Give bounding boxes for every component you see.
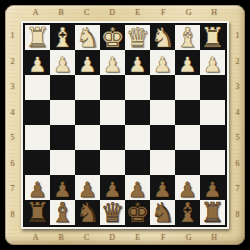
square-a2[interactable]: ♟ — [25, 50, 50, 75]
file-labels-bottom: ABCDEFGH — [23, 230, 227, 245]
square-g6[interactable] — [175, 150, 200, 175]
piece-white-pawn[interactable]: ♟ — [103, 55, 122, 76]
piece-white-bishop[interactable]: ♝ — [175, 24, 199, 51]
square-e6[interactable] — [125, 150, 150, 175]
square-a3[interactable] — [25, 75, 50, 100]
chess-board-photo: ABCDEFGH ABCDEFGH 12345678 12345678 ♜♝♞♚… — [0, 0, 250, 250]
rank-label-4: 4 — [5, 100, 20, 126]
file-label-c: C — [74, 230, 100, 245]
square-f1[interactable]: ♞ — [150, 25, 175, 50]
rank-label-6: 6 — [5, 151, 20, 177]
square-f5[interactable] — [150, 125, 175, 150]
square-c6[interactable] — [75, 150, 100, 175]
square-e4[interactable] — [125, 100, 150, 125]
square-c4[interactable] — [75, 100, 100, 125]
rank-labels-left: 12345678 — [5, 23, 20, 227]
square-f4[interactable] — [150, 100, 175, 125]
piece-white-pawn[interactable]: ♟ — [128, 55, 147, 76]
square-b8[interactable]: ♝ — [50, 200, 75, 225]
square-e5[interactable] — [125, 125, 150, 150]
rank-label-8: 8 — [5, 202, 20, 228]
rank-label-5: 5 — [230, 125, 245, 151]
square-f3[interactable] — [150, 75, 175, 100]
square-f2[interactable]: ♟ — [150, 50, 175, 75]
square-g5[interactable] — [175, 125, 200, 150]
piece-black-king[interactable]: ♚ — [125, 199, 149, 226]
rank-label-3: 3 — [5, 74, 20, 100]
chess-grid: ♜♝♞♚♛♞♝♜♟♟♟♟♟♟♟♟♟♟♟♟♟♟♟♟♜♝♞♛♚♞♝♜ — [23, 23, 227, 227]
piece-black-queen[interactable]: ♛ — [100, 199, 124, 226]
file-label-h: H — [202, 230, 228, 245]
rank-label-7: 7 — [230, 176, 245, 202]
rank-label-8: 8 — [230, 202, 245, 228]
piece-black-bishop[interactable]: ♝ — [50, 199, 74, 226]
square-a5[interactable] — [25, 125, 50, 150]
square-g4[interactable] — [175, 100, 200, 125]
rank-label-2: 2 — [230, 49, 245, 75]
square-a4[interactable] — [25, 100, 50, 125]
square-d3[interactable] — [100, 75, 125, 100]
square-b4[interactable] — [50, 100, 75, 125]
rank-labels-right: 12345678 — [230, 23, 245, 227]
square-b1[interactable]: ♝ — [50, 25, 75, 50]
square-h5[interactable] — [200, 125, 225, 150]
rank-label-2: 2 — [5, 49, 20, 75]
piece-white-pawn[interactable]: ♟ — [28, 55, 47, 76]
square-f8[interactable]: ♞ — [150, 200, 175, 225]
square-h1[interactable]: ♜ — [200, 25, 225, 50]
piece-white-pawn[interactable]: ♟ — [78, 55, 97, 76]
piece-white-pawn[interactable]: ♟ — [178, 55, 197, 76]
square-g2[interactable]: ♟ — [175, 50, 200, 75]
square-b3[interactable] — [50, 75, 75, 100]
file-labels-top: ABCDEFGH — [23, 5, 227, 20]
piece-white-king[interactable]: ♚ — [100, 24, 124, 51]
file-label-g: G — [176, 230, 202, 245]
square-c1[interactable]: ♞ — [75, 25, 100, 50]
square-a6[interactable] — [25, 150, 50, 175]
file-label-g: G — [176, 5, 202, 20]
square-d5[interactable] — [100, 125, 125, 150]
file-label-d: D — [100, 230, 126, 245]
square-e1[interactable]: ♛ — [125, 25, 150, 50]
square-b2[interactable]: ♟ — [50, 50, 75, 75]
rank-label-4: 4 — [230, 100, 245, 126]
square-g1[interactable]: ♝ — [175, 25, 200, 50]
piece-white-rook[interactable]: ♜ — [25, 24, 49, 51]
square-d4[interactable] — [100, 100, 125, 125]
square-d1[interactable]: ♚ — [100, 25, 125, 50]
piece-black-rook[interactable]: ♜ — [200, 199, 224, 226]
file-label-e: E — [125, 5, 151, 20]
square-a8[interactable]: ♜ — [25, 200, 50, 225]
piece-white-bishop[interactable]: ♝ — [50, 24, 74, 51]
file-label-c: C — [74, 5, 100, 20]
square-c2[interactable]: ♟ — [75, 50, 100, 75]
rank-label-3: 3 — [230, 74, 245, 100]
file-label-h: H — [202, 5, 228, 20]
file-label-b: B — [49, 230, 75, 245]
file-label-d: D — [100, 5, 126, 20]
piece-black-rook[interactable]: ♜ — [25, 199, 49, 226]
file-label-a: A — [23, 5, 49, 20]
piece-black-knight[interactable]: ♞ — [150, 199, 174, 226]
square-f6[interactable] — [150, 150, 175, 175]
piece-white-knight[interactable]: ♞ — [75, 24, 99, 51]
rank-label-7: 7 — [5, 176, 20, 202]
square-e8[interactable]: ♚ — [125, 200, 150, 225]
piece-white-knight[interactable]: ♞ — [150, 24, 174, 51]
square-b5[interactable] — [50, 125, 75, 150]
file-label-e: E — [125, 230, 151, 245]
piece-white-pawn[interactable]: ♟ — [203, 55, 222, 76]
piece-black-bishop[interactable]: ♝ — [175, 199, 199, 226]
square-d8[interactable]: ♛ — [100, 200, 125, 225]
square-e3[interactable] — [125, 75, 150, 100]
piece-black-knight[interactable]: ♞ — [75, 199, 99, 226]
square-a1[interactable]: ♜ — [25, 25, 50, 50]
square-h3[interactable] — [200, 75, 225, 100]
square-g3[interactable] — [175, 75, 200, 100]
square-c3[interactable] — [75, 75, 100, 100]
square-h2[interactable]: ♟ — [200, 50, 225, 75]
square-h8[interactable]: ♜ — [200, 200, 225, 225]
piece-white-pawn[interactable]: ♟ — [53, 55, 72, 76]
square-d6[interactable] — [100, 150, 125, 175]
square-h6[interactable] — [200, 150, 225, 175]
square-b6[interactable] — [50, 150, 75, 175]
file-label-b: B — [49, 5, 75, 20]
square-h4[interactable] — [200, 100, 225, 125]
square-e2[interactable]: ♟ — [125, 50, 150, 75]
piece-white-rook[interactable]: ♜ — [200, 24, 224, 51]
rank-label-6: 6 — [230, 151, 245, 177]
square-d2[interactable]: ♟ — [100, 50, 125, 75]
file-label-f: F — [151, 230, 177, 245]
rank-label-5: 5 — [5, 125, 20, 151]
file-label-f: F — [151, 5, 177, 20]
square-c5[interactable] — [75, 125, 100, 150]
square-c8[interactable]: ♞ — [75, 200, 100, 225]
piece-white-pawn[interactable]: ♟ — [153, 55, 172, 76]
rank-label-1: 1 — [230, 23, 245, 49]
rank-label-1: 1 — [5, 23, 20, 49]
piece-white-queen[interactable]: ♛ — [125, 24, 149, 51]
square-g8[interactable]: ♝ — [175, 200, 200, 225]
file-label-a: A — [23, 230, 49, 245]
